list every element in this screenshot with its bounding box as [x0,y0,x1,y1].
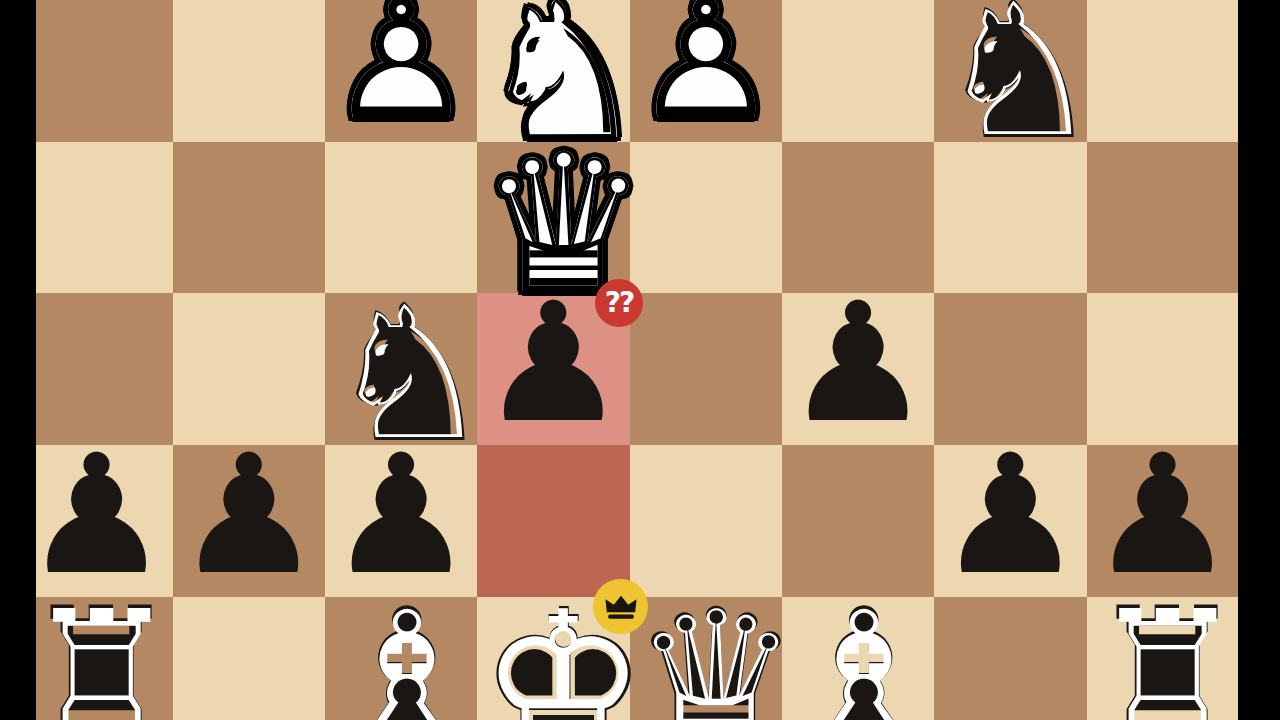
square-h4[interactable] [21,0,173,142]
square-f4[interactable]: ♟♙ [325,0,477,142]
piece-black-knight-b4[interactable]: ♞♘ [934,0,1086,142]
square-c4[interactable] [782,0,934,142]
square-f8[interactable]: ♝♗ [325,597,477,720]
square-h5[interactable] [21,142,173,294]
square-a5[interactable] [1087,142,1239,294]
piece-white-pawn-d4[interactable]: ♟♙ [630,0,782,142]
square-d5[interactable] [630,142,782,294]
square-g4[interactable] [173,0,325,142]
blunder-badge: ?? [595,279,643,327]
crown-icon [603,594,639,620]
square-d4[interactable]: ♟♙ [630,0,782,142]
winner-badge [593,579,648,634]
square-c6[interactable]: ♟ [782,293,934,445]
square-d8[interactable]: ♛♕ [630,597,782,720]
square-a4[interactable] [1087,0,1239,142]
piece-black-bishop-c8[interactable]: ♝♗ [782,597,934,720]
thumbnail-canvas: ♟♙♞♘♟♙♞♘♛♕♞♘♟♟♟♟♟♟♟♜♖♝♗♚♔♛♕♝♗♜♖ ?? [0,0,1280,720]
piece-black-queen-d8[interactable]: ♛♕ [630,597,782,720]
piece-black-bishop-f8[interactable]: ♝♗ [325,597,477,720]
square-b4[interactable]: ♞♘ [934,0,1086,142]
square-c8[interactable]: ♝♗ [782,597,934,720]
piece-black-rook-h8[interactable]: ♜♖ [21,597,173,720]
square-b8[interactable] [934,597,1086,720]
blunder-label: ?? [605,286,633,319]
piece-white-pawn-f4[interactable]: ♟♙ [325,0,477,142]
square-d6[interactable] [630,293,782,445]
square-b7[interactable]: ♟ [934,445,1086,597]
left-letterbox-bar [0,0,36,720]
piece-black-pawn-g7[interactable]: ♟ [173,445,325,597]
piece-black-pawn-c6[interactable]: ♟ [782,293,934,445]
square-h8[interactable]: ♜♖ [21,597,173,720]
square-g8[interactable] [173,597,325,720]
right-letterbox-bar [1238,0,1280,720]
piece-black-rook-a8[interactable]: ♜♖ [1087,597,1239,720]
square-g7[interactable]: ♟ [173,445,325,597]
square-a8[interactable]: ♜♖ [1087,597,1239,720]
piece-black-pawn-b7[interactable]: ♟ [934,445,1086,597]
square-g5[interactable] [173,142,325,294]
